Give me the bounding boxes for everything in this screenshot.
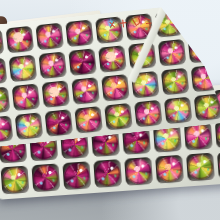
crystal-cell <box>155 155 184 184</box>
crystal-orange-pink <box>156 156 183 183</box>
crystal-cell <box>164 97 192 125</box>
crystal-green-gold <box>0 87 9 113</box>
crystal-cell <box>194 93 220 121</box>
crystal-green-gold <box>0 30 3 56</box>
crystal-cell <box>101 74 129 102</box>
crystal-cell <box>71 77 99 105</box>
crystal-magenta-bright <box>216 120 220 147</box>
crystal-magenta-bright <box>0 116 13 142</box>
crystal-cell <box>31 163 60 192</box>
crystal-cell <box>161 68 189 96</box>
crystal-magenta-dark <box>63 162 90 189</box>
crystal-peach-center <box>99 46 126 72</box>
crystal-cell <box>15 112 43 140</box>
crystal-peach-center <box>42 81 69 107</box>
crystal-yellow-green-bright <box>10 55 37 81</box>
crystal-magenta-bright <box>159 40 186 66</box>
crystal-green-gold <box>195 94 220 120</box>
crystal-magenta-bright <box>39 52 66 78</box>
crystal-magenta-bright <box>125 158 152 185</box>
crystal-cell <box>74 106 102 134</box>
crystal-cell <box>0 87 10 115</box>
photo-scene <box>0 0 220 220</box>
crystal-magenta-bright <box>36 23 63 49</box>
crystal-cell <box>9 55 37 83</box>
crystal-cell <box>65 20 93 48</box>
crystal-orange-pink <box>75 107 102 133</box>
crystal-cell <box>0 29 4 57</box>
crystal-cell <box>12 83 40 111</box>
crystal-magenta-dark <box>94 160 121 187</box>
crystal-peach-center <box>6 27 33 53</box>
crystal-cell <box>134 100 162 128</box>
crystal-magenta-bright <box>66 20 93 46</box>
crystal-cell <box>158 39 186 67</box>
crystal-cell <box>38 51 66 79</box>
crystal-cell <box>0 115 13 143</box>
crystal-magenta-bright <box>13 84 40 110</box>
crystal-magenta-dark <box>69 49 96 75</box>
crystal-cell <box>35 23 63 51</box>
crystal-cell <box>93 159 122 188</box>
crystal-magenta-bright <box>72 78 99 104</box>
crystal-cell <box>42 80 70 108</box>
crystal-cell <box>1 166 30 195</box>
crystal-cell <box>6 26 34 54</box>
crystal-green-gold <box>105 104 132 130</box>
crystal-magenta-dark <box>32 164 59 191</box>
crystal-cell <box>104 103 132 131</box>
crystal-cell <box>62 161 91 190</box>
crystal-magenta-dark <box>45 110 72 136</box>
crystal-green-gold <box>218 151 220 178</box>
crystal-orange-pink <box>102 75 129 101</box>
crystal-magenta-bright <box>189 37 216 63</box>
crystal-magenta-bright <box>135 101 162 127</box>
crystal-magenta-bright <box>0 59 6 85</box>
crystal-cell <box>0 58 7 86</box>
crystal-cell <box>217 150 220 179</box>
crystal-cell <box>188 36 216 64</box>
crystal-cell <box>186 153 215 182</box>
crystal-cell <box>68 48 96 76</box>
crystal-green-gold <box>1 166 28 193</box>
crystal-green-gold <box>162 69 189 95</box>
crystal-cell <box>45 109 73 137</box>
crystal-cell <box>124 157 153 186</box>
crystal-cell <box>98 45 126 73</box>
crystal-yellow-green-bright <box>165 97 192 123</box>
crystal-green-gold <box>185 8 212 34</box>
crystal-cell <box>185 7 213 35</box>
crystal-yellow-green-bright <box>16 113 43 139</box>
crystal-green-gold <box>187 153 214 180</box>
